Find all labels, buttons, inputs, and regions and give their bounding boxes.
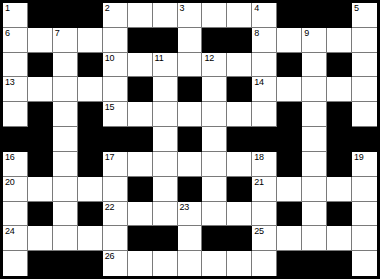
cell-r2c9[interactable] xyxy=(227,53,252,78)
block-cell-r9c9 xyxy=(227,226,252,251)
clue-number-8: 8 xyxy=(254,28,259,39)
clue-number-18: 18 xyxy=(254,152,263,163)
clue-number-10: 10 xyxy=(105,53,114,64)
cell-r10c10[interactable] xyxy=(252,251,277,276)
block-cell-r10c1 xyxy=(28,251,53,276)
cell-r9c1[interactable] xyxy=(28,226,53,251)
block-cell-r8c1 xyxy=(28,202,53,227)
cell-r8c10[interactable] xyxy=(252,202,277,227)
block-cell-r10c13 xyxy=(327,251,352,276)
cell-r7c8[interactable] xyxy=(202,177,227,202)
cell-r3c14[interactable] xyxy=(352,77,377,102)
cell-r3c3[interactable] xyxy=(78,77,103,102)
block-cell-r9c8 xyxy=(202,226,227,251)
block-cell-r4c1 xyxy=(28,102,53,127)
cell-r7c2[interactable] xyxy=(53,177,78,202)
cell-r3c11[interactable] xyxy=(277,77,302,102)
clue-number-21: 21 xyxy=(254,177,263,188)
block-cell-r5c0 xyxy=(3,127,28,152)
cell-r8c4[interactable]: 22 xyxy=(103,202,128,227)
block-cell-r10c12 xyxy=(302,251,327,276)
clue-number-13: 13 xyxy=(5,77,14,88)
block-cell-r1c9 xyxy=(227,28,252,53)
clue-number-1: 1 xyxy=(5,3,10,14)
cell-r7c14[interactable] xyxy=(352,177,377,202)
block-cell-r5c13 xyxy=(327,127,352,152)
cell-r10c9[interactable] xyxy=(227,251,252,276)
cell-r1c7[interactable] xyxy=(178,28,203,53)
cell-r3c10[interactable]: 14 xyxy=(252,77,277,102)
cell-r7c3[interactable] xyxy=(78,177,103,202)
clue-number-11: 11 xyxy=(155,53,164,64)
cell-r9c12[interactable] xyxy=(302,226,327,251)
cell-r10c7[interactable] xyxy=(178,251,203,276)
cell-r8c8[interactable] xyxy=(202,202,227,227)
cell-r6c8[interactable] xyxy=(202,152,227,177)
cell-r2c14[interactable] xyxy=(352,53,377,78)
block-cell-r3c5 xyxy=(128,77,153,102)
cell-r4c7[interactable] xyxy=(178,102,203,127)
block-cell-r6c11 xyxy=(277,152,302,177)
cell-r1c4[interactable] xyxy=(103,28,128,53)
block-cell-r3c7 xyxy=(178,77,203,102)
cell-r8c6[interactable] xyxy=(153,202,178,227)
cell-r3c1[interactable] xyxy=(28,77,53,102)
block-cell-r1c8 xyxy=(202,28,227,53)
cell-r1c11[interactable] xyxy=(277,28,302,53)
cell-r4c9[interactable] xyxy=(227,102,252,127)
cell-r5c2[interactable] xyxy=(53,127,78,152)
clue-number-17: 17 xyxy=(105,152,114,163)
block-cell-r10c2 xyxy=(53,251,78,276)
cell-r1c3[interactable] xyxy=(78,28,103,53)
cell-r9c14[interactable] xyxy=(352,226,377,251)
block-cell-r0c1 xyxy=(28,3,53,28)
cell-r9c0[interactable]: 24 xyxy=(3,226,28,251)
cell-r2c7[interactable] xyxy=(178,53,203,78)
cell-r8c0[interactable] xyxy=(3,202,28,227)
clue-number-24: 24 xyxy=(5,226,14,237)
clue-number-7: 7 xyxy=(55,28,60,39)
block-cell-r5c14 xyxy=(352,127,377,152)
cell-r4c6[interactable] xyxy=(153,102,178,127)
cell-r6c10[interactable]: 18 xyxy=(252,152,277,177)
cell-r7c0[interactable]: 20 xyxy=(3,177,28,202)
cell-r4c4[interactable]: 15 xyxy=(103,102,128,127)
cell-r0c6[interactable] xyxy=(153,3,178,28)
cell-r4c8[interactable] xyxy=(202,102,227,127)
clue-number-15: 15 xyxy=(105,102,114,113)
cell-r7c10[interactable]: 21 xyxy=(252,177,277,202)
clue-number-25: 25 xyxy=(254,226,263,237)
cell-r8c12[interactable] xyxy=(302,202,327,227)
block-cell-r10c3 xyxy=(78,251,103,276)
block-cell-r4c13 xyxy=(327,102,352,127)
clue-number-6: 6 xyxy=(5,28,10,39)
cell-r3c0[interactable]: 13 xyxy=(3,77,28,102)
block-cell-r6c1 xyxy=(28,152,53,177)
cell-r6c9[interactable] xyxy=(227,152,252,177)
cell-r1c12[interactable]: 9 xyxy=(302,28,327,53)
cell-r2c10[interactable] xyxy=(252,53,277,78)
cell-r1c14[interactable] xyxy=(352,28,377,53)
block-cell-r1c5 xyxy=(128,28,153,53)
block-cell-r5c11 xyxy=(277,127,302,152)
cell-r0c9[interactable] xyxy=(227,3,252,28)
cell-r0c7[interactable]: 3 xyxy=(178,3,203,28)
cell-r9c13[interactable] xyxy=(327,226,352,251)
block-cell-r5c7 xyxy=(178,127,203,152)
block-cell-r2c1 xyxy=(28,53,53,78)
cell-r3c6[interactable] xyxy=(153,77,178,102)
block-cell-r5c4 xyxy=(103,127,128,152)
block-cell-r9c6 xyxy=(153,226,178,251)
cell-r10c6[interactable] xyxy=(153,251,178,276)
cell-r4c2[interactable] xyxy=(53,102,78,127)
cell-r2c6[interactable]: 11 xyxy=(153,53,178,78)
cell-r0c0[interactable]: 1 xyxy=(3,3,28,28)
cell-r7c12[interactable] xyxy=(302,177,327,202)
cell-r2c5[interactable] xyxy=(128,53,153,78)
clue-number-3: 3 xyxy=(180,3,185,14)
cell-r2c0[interactable] xyxy=(3,53,28,78)
block-cell-r5c1 xyxy=(28,127,53,152)
cell-r0c10[interactable]: 4 xyxy=(252,3,277,28)
cell-r2c2[interactable] xyxy=(53,53,78,78)
crossword-grid: 1234567891011121314151617181920212223242… xyxy=(0,0,380,279)
block-cell-r6c3 xyxy=(78,152,103,177)
clue-number-9: 9 xyxy=(304,28,309,39)
cell-r2c4[interactable]: 10 xyxy=(103,53,128,78)
cell-r1c2[interactable]: 7 xyxy=(53,28,78,53)
cell-r8c9[interactable] xyxy=(227,202,252,227)
block-cell-r0c2 xyxy=(53,3,78,28)
cell-r6c12[interactable] xyxy=(302,152,327,177)
clue-number-4: 4 xyxy=(254,3,259,14)
block-cell-r0c13 xyxy=(327,3,352,28)
cell-r9c2[interactable] xyxy=(53,226,78,251)
cell-r6c6[interactable] xyxy=(153,152,178,177)
cell-r3c13[interactable] xyxy=(327,77,352,102)
block-cell-r8c3 xyxy=(78,202,103,227)
block-cell-r5c3 xyxy=(78,127,103,152)
clue-number-26: 26 xyxy=(105,251,114,262)
cell-r0c5[interactable] xyxy=(128,3,153,28)
block-cell-r3c9 xyxy=(227,77,252,102)
cell-r1c0[interactable]: 6 xyxy=(3,28,28,53)
cell-r2c12[interactable] xyxy=(302,53,327,78)
cell-r5c12[interactable] xyxy=(302,127,327,152)
cell-r8c5[interactable] xyxy=(128,202,153,227)
block-cell-r0c11 xyxy=(277,3,302,28)
block-cell-r2c11 xyxy=(277,53,302,78)
cell-r3c4[interactable] xyxy=(103,77,128,102)
block-cell-r7c9 xyxy=(227,177,252,202)
block-cell-r5c10 xyxy=(252,127,277,152)
clue-number-20: 20 xyxy=(5,177,14,188)
block-cell-r5c5 xyxy=(128,127,153,152)
clue-number-23: 23 xyxy=(180,202,189,213)
cell-r7c6[interactable] xyxy=(153,177,178,202)
clue-number-5: 5 xyxy=(354,3,359,14)
cell-r0c4[interactable]: 2 xyxy=(103,3,128,28)
cell-r9c11[interactable] xyxy=(277,226,302,251)
cell-r8c14[interactable] xyxy=(352,202,377,227)
block-cell-r0c12 xyxy=(302,3,327,28)
cell-r6c5[interactable] xyxy=(128,152,153,177)
block-cell-r5c9 xyxy=(227,127,252,152)
cell-r6c4[interactable]: 17 xyxy=(103,152,128,177)
block-cell-r6c13 xyxy=(327,152,352,177)
cell-r5c8[interactable] xyxy=(202,127,227,152)
block-cell-r2c3 xyxy=(78,53,103,78)
clue-number-14: 14 xyxy=(254,77,263,88)
cell-r10c0[interactable] xyxy=(3,251,28,276)
cell-r3c2[interactable] xyxy=(53,77,78,102)
cell-r10c14[interactable] xyxy=(352,251,377,276)
cell-r0c8[interactable] xyxy=(202,3,227,28)
cell-r3c8[interactable] xyxy=(202,77,227,102)
cell-r8c7[interactable]: 23 xyxy=(178,202,203,227)
cell-r7c11[interactable] xyxy=(277,177,302,202)
clue-number-22: 22 xyxy=(105,202,114,213)
block-cell-r4c3 xyxy=(78,102,103,127)
cell-r9c4[interactable] xyxy=(103,226,128,251)
cell-r1c13[interactable] xyxy=(327,28,352,53)
cell-r9c7[interactable] xyxy=(178,226,203,251)
clue-number-16: 16 xyxy=(5,152,14,163)
block-cell-r7c7 xyxy=(178,177,203,202)
block-cell-r0c3 xyxy=(78,3,103,28)
cell-r7c13[interactable] xyxy=(327,177,352,202)
block-cell-r4c11 xyxy=(277,102,302,127)
block-cell-r9c5 xyxy=(128,226,153,251)
crossword-board: 1234567891011121314151617181920212223242… xyxy=(0,0,380,279)
cell-r5c6[interactable] xyxy=(153,127,178,152)
block-cell-r1c6 xyxy=(153,28,178,53)
clue-number-2: 2 xyxy=(105,3,110,14)
cell-r6c2[interactable] xyxy=(53,152,78,177)
cell-r10c8[interactable] xyxy=(202,251,227,276)
cell-r1c1[interactable] xyxy=(28,28,53,53)
clue-number-19: 19 xyxy=(354,152,363,163)
cell-r10c5[interactable] xyxy=(128,251,153,276)
cell-r3c12[interactable] xyxy=(302,77,327,102)
cell-r4c5[interactable] xyxy=(128,102,153,127)
block-cell-r7c5 xyxy=(128,177,153,202)
block-cell-r8c11 xyxy=(277,202,302,227)
cell-r9c3[interactable] xyxy=(78,226,103,251)
block-cell-r10c11 xyxy=(277,251,302,276)
cell-r4c0[interactable] xyxy=(3,102,28,127)
cell-r4c14[interactable] xyxy=(352,102,377,127)
block-cell-r8c13 xyxy=(327,202,352,227)
cell-r6c7[interactable] xyxy=(178,152,203,177)
cell-r7c4[interactable] xyxy=(103,177,128,202)
cell-r7c1[interactable] xyxy=(28,177,53,202)
block-cell-r2c13 xyxy=(327,53,352,78)
cell-r9c10[interactable]: 25 xyxy=(252,226,277,251)
cell-r10c4[interactable]: 26 xyxy=(103,251,128,276)
cell-r4c10[interactable] xyxy=(252,102,277,127)
clue-number-12: 12 xyxy=(204,53,213,64)
cell-r2c8[interactable]: 12 xyxy=(202,53,227,78)
cell-r6c0[interactable]: 16 xyxy=(3,152,28,177)
cell-r1c10[interactable]: 8 xyxy=(252,28,277,53)
cell-r8c2[interactable] xyxy=(53,202,78,227)
cell-r4c12[interactable] xyxy=(302,102,327,127)
cell-r0c14[interactable]: 5 xyxy=(352,3,377,28)
cell-r6c14[interactable]: 19 xyxy=(352,152,377,177)
